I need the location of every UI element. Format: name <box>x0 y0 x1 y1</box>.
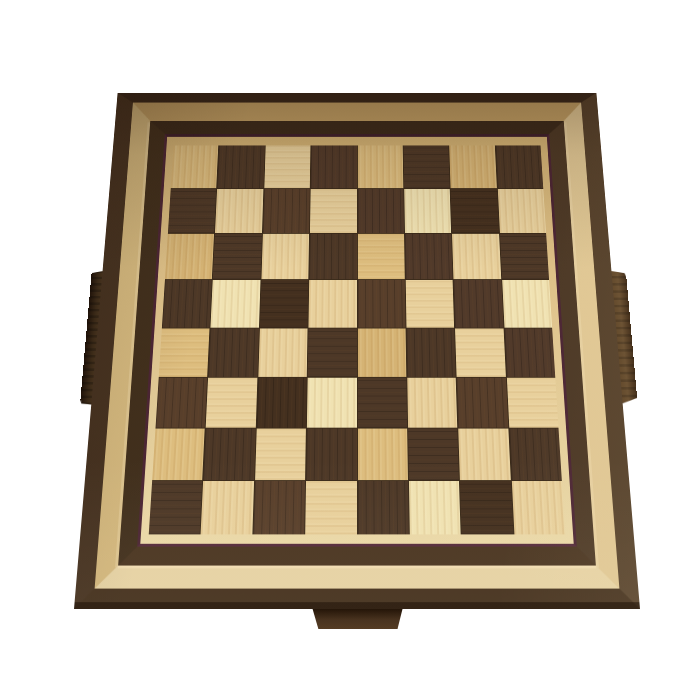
square-h6 <box>500 234 549 280</box>
square-e3 <box>357 377 407 427</box>
square-a2 <box>152 428 205 480</box>
square-c8 <box>264 145 310 188</box>
square-d2 <box>306 428 356 480</box>
square-f4 <box>406 328 456 376</box>
square-d1 <box>305 481 356 534</box>
square-c4 <box>258 328 308 376</box>
board-foot <box>312 607 403 629</box>
square-g3 <box>457 377 508 427</box>
square-b3 <box>206 377 257 427</box>
square-a3 <box>156 377 208 427</box>
square-b8 <box>217 145 264 188</box>
square-c7 <box>263 189 310 233</box>
square-c1 <box>253 481 305 534</box>
square-b1 <box>201 481 254 534</box>
square-d8 <box>311 145 357 188</box>
square-f1 <box>409 481 461 534</box>
square-a1 <box>149 481 203 534</box>
square-h7 <box>497 189 546 233</box>
square-g2 <box>458 428 510 480</box>
square-g4 <box>455 328 505 376</box>
board-outer-walnut-frame <box>74 93 640 609</box>
square-h1 <box>511 481 565 534</box>
square-c2 <box>255 428 306 480</box>
square-c6 <box>261 234 309 280</box>
square-a4 <box>159 328 210 376</box>
square-d4 <box>308 328 357 376</box>
square-b4 <box>208 328 258 376</box>
square-d3 <box>307 377 357 427</box>
board-purpleheart-pinstripe <box>137 134 577 547</box>
square-a7 <box>168 189 217 233</box>
square-f5 <box>406 280 455 327</box>
square-h8 <box>495 145 543 188</box>
square-h4 <box>504 328 555 376</box>
square-g6 <box>452 234 501 280</box>
square-f7 <box>404 189 451 233</box>
square-e7 <box>357 189 404 233</box>
square-a8 <box>171 145 219 188</box>
square-h3 <box>507 377 559 427</box>
square-h5 <box>502 280 552 327</box>
chess-board <box>74 93 640 609</box>
square-f3 <box>407 377 457 427</box>
square-d7 <box>310 189 357 233</box>
square-c5 <box>260 280 309 327</box>
square-f2 <box>408 428 459 480</box>
square-b6 <box>213 234 262 280</box>
board-grid <box>149 145 566 534</box>
square-d6 <box>309 234 356 280</box>
square-b7 <box>215 189 263 233</box>
square-b2 <box>204 428 256 480</box>
photo-background <box>0 0 700 700</box>
board-maple-band <box>95 103 620 589</box>
square-e8 <box>357 145 403 188</box>
square-e1 <box>357 481 408 534</box>
square-e2 <box>357 428 407 480</box>
square-e6 <box>357 234 404 280</box>
square-f8 <box>403 145 449 188</box>
board-maple-margin <box>140 137 573 544</box>
square-g5 <box>454 280 503 327</box>
square-g1 <box>460 481 513 534</box>
square-b5 <box>211 280 260 327</box>
square-e5 <box>357 280 405 327</box>
square-a5 <box>162 280 212 327</box>
square-d5 <box>309 280 357 327</box>
square-h2 <box>509 428 562 480</box>
square-e4 <box>357 328 406 376</box>
square-f6 <box>405 234 453 280</box>
board-inner-walnut-band <box>118 121 596 566</box>
square-g8 <box>449 145 496 188</box>
square-a6 <box>165 234 214 280</box>
square-c3 <box>257 377 307 427</box>
square-g7 <box>451 189 499 233</box>
